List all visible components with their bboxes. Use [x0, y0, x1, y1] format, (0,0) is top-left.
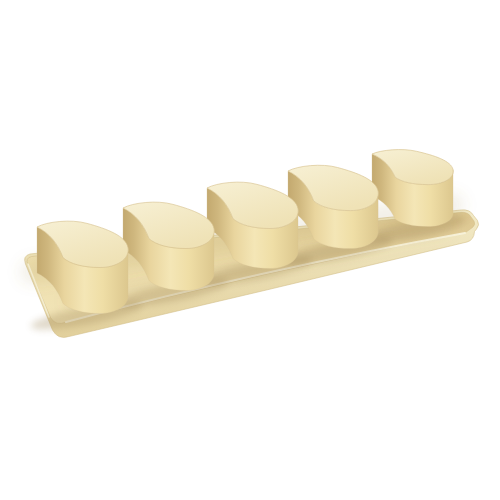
- product-photo-stage: [0, 0, 500, 500]
- product-photo-svg: [0, 0, 500, 500]
